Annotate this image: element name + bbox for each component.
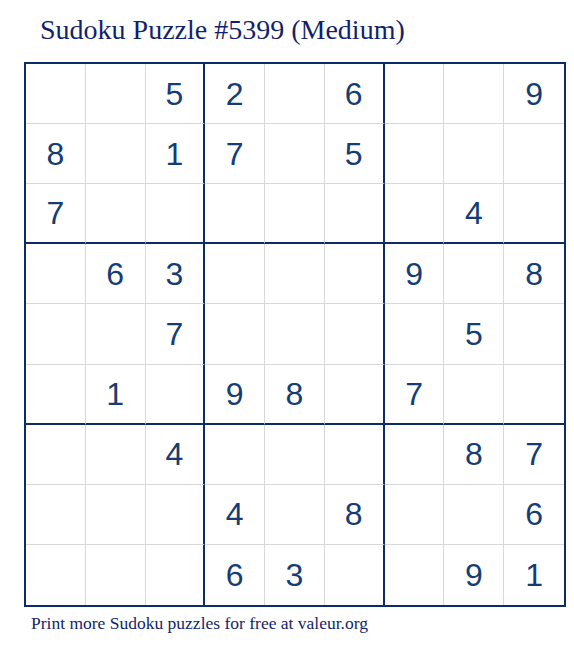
cell-r1c9: 9	[504, 64, 564, 124]
cell-r8c3	[146, 485, 206, 545]
cell-r5c9	[504, 304, 564, 364]
cell-r1c3: 5	[146, 64, 206, 124]
cell-r6c1	[26, 365, 86, 425]
cell-r4c6	[325, 244, 385, 304]
cell-r8c5	[265, 485, 325, 545]
cell-r8c7	[385, 485, 445, 545]
cell-r4c9: 8	[504, 244, 564, 304]
cell-r7c8: 8	[444, 425, 504, 485]
cell-r9c3	[146, 545, 206, 605]
cell-r5c2	[86, 304, 146, 364]
cell-r8c9: 6	[504, 485, 564, 545]
cell-r4c5	[265, 244, 325, 304]
cell-r2c8	[444, 124, 504, 184]
cell-r2c4: 7	[205, 124, 265, 184]
cell-r1c4: 2	[205, 64, 265, 124]
cell-r2c7	[385, 124, 445, 184]
cell-r4c1	[26, 244, 86, 304]
cell-r9c2	[86, 545, 146, 605]
cell-r7c4	[205, 425, 265, 485]
cell-r3c5	[265, 184, 325, 244]
cell-r6c2: 1	[86, 365, 146, 425]
page-title: Sudoku Puzzle #5399 (Medium)	[40, 14, 405, 46]
cell-r7c3: 4	[146, 425, 206, 485]
cell-r2c3: 1	[146, 124, 206, 184]
cell-r2c6: 5	[325, 124, 385, 184]
cell-r9c4: 6	[205, 545, 265, 605]
cell-r6c7: 7	[385, 365, 445, 425]
cell-r5c7	[385, 304, 445, 364]
cell-r6c6	[325, 365, 385, 425]
cell-r1c1	[26, 64, 86, 124]
cell-r8c2	[86, 485, 146, 545]
cell-r2c1: 8	[26, 124, 86, 184]
cell-r3c6	[325, 184, 385, 244]
cell-r8c6: 8	[325, 485, 385, 545]
cell-r6c5: 8	[265, 365, 325, 425]
cell-r3c9	[504, 184, 564, 244]
cell-r4c4	[205, 244, 265, 304]
cell-r2c2	[86, 124, 146, 184]
cell-r6c3	[146, 365, 206, 425]
cell-r7c9: 7	[504, 425, 564, 485]
cell-r4c2: 6	[86, 244, 146, 304]
cell-r3c7	[385, 184, 445, 244]
sudoku-board: 526981757463987519874874866391	[24, 62, 566, 607]
cell-r8c4: 4	[205, 485, 265, 545]
cell-r3c4	[205, 184, 265, 244]
cell-r3c1: 7	[26, 184, 86, 244]
cell-r8c1	[26, 485, 86, 545]
cell-r3c8: 4	[444, 184, 504, 244]
cell-r4c7: 9	[385, 244, 445, 304]
cell-r3c2	[86, 184, 146, 244]
cell-r2c5	[265, 124, 325, 184]
cell-r9c9: 1	[504, 545, 564, 605]
cell-r3c3	[146, 184, 206, 244]
cell-r1c7	[385, 64, 445, 124]
cell-r9c8: 9	[444, 545, 504, 605]
cell-r2c9	[504, 124, 564, 184]
cell-r9c1	[26, 545, 86, 605]
cell-r9c6	[325, 545, 385, 605]
cell-r4c8	[444, 244, 504, 304]
cell-r7c1	[26, 425, 86, 485]
cell-r5c4	[205, 304, 265, 364]
cell-r7c6	[325, 425, 385, 485]
cell-r7c2	[86, 425, 146, 485]
cell-r7c7	[385, 425, 445, 485]
cell-r1c5	[265, 64, 325, 124]
cell-r6c8	[444, 365, 504, 425]
cell-r9c7	[385, 545, 445, 605]
cell-r5c6	[325, 304, 385, 364]
cell-r6c4: 9	[205, 365, 265, 425]
cell-r9c5: 3	[265, 545, 325, 605]
cell-r5c5	[265, 304, 325, 364]
cell-r7c5	[265, 425, 325, 485]
cell-r5c3: 7	[146, 304, 206, 364]
cell-r1c6: 6	[325, 64, 385, 124]
cell-r5c8: 5	[444, 304, 504, 364]
cell-r8c8	[444, 485, 504, 545]
footer-text: Print more Sudoku puzzles for free at va…	[31, 613, 368, 634]
cell-r1c8	[444, 64, 504, 124]
cell-r6c9	[504, 365, 564, 425]
cell-r4c3: 3	[146, 244, 206, 304]
cell-r1c2	[86, 64, 146, 124]
cell-r5c1	[26, 304, 86, 364]
